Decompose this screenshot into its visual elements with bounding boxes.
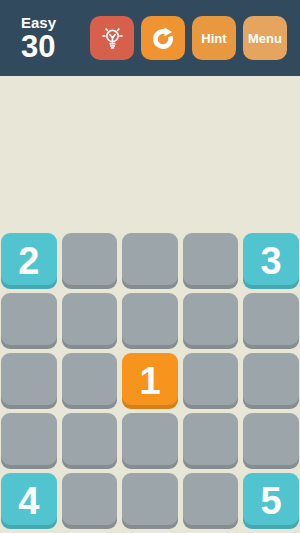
tile-r4c4[interactable] (183, 413, 239, 469)
tile-r4c3[interactable] (122, 413, 178, 469)
tile-r1c1[interactable]: 2 (1, 233, 57, 289)
tile-r2c2[interactable] (62, 293, 118, 349)
tile-r1c4[interactable] (183, 233, 239, 289)
tile-r2c1[interactable] (1, 293, 57, 349)
tile-r3c5[interactable] (243, 353, 299, 409)
tile-r4c2[interactable] (62, 413, 118, 469)
tile-r3c1[interactable] (1, 353, 57, 409)
tile-r2c4[interactable] (183, 293, 239, 349)
hint-button[interactable]: Hint (192, 16, 236, 60)
header-bar: Easy 30 (0, 0, 300, 76)
tile-r4c1[interactable] (1, 413, 57, 469)
header-buttons: Hint Menu (90, 16, 287, 60)
tile-r5c4[interactable] (183, 473, 239, 529)
puzzle-board: 2 3 1 4 5 (1, 233, 299, 529)
tile-r4c5[interactable] (243, 413, 299, 469)
lightbulb-icon (99, 25, 126, 52)
tile-r1c5[interactable]: 3 (243, 233, 299, 289)
tile-r3c2[interactable] (62, 353, 118, 409)
level-info: Easy 30 (21, 14, 56, 62)
tile-r3c3[interactable]: 1 (122, 353, 178, 409)
tile-r5c2[interactable] (62, 473, 118, 529)
tile-r2c3[interactable] (122, 293, 178, 349)
tile-r5c5[interactable]: 5 (243, 473, 299, 529)
tile-r3c4[interactable] (183, 353, 239, 409)
tile-r5c3[interactable] (122, 473, 178, 529)
menu-button[interactable]: Menu (243, 16, 287, 60)
tile-r5c1[interactable]: 4 (1, 473, 57, 529)
game-screen: Easy 30 (0, 0, 300, 533)
level-number: 30 (21, 31, 56, 62)
restart-button[interactable] (141, 16, 185, 60)
tile-r1c2[interactable] (62, 233, 118, 289)
lightbulb-button[interactable] (90, 16, 134, 60)
tile-r1c3[interactable] (122, 233, 178, 289)
tile-r2c5[interactable] (243, 293, 299, 349)
restart-icon (150, 25, 176, 51)
